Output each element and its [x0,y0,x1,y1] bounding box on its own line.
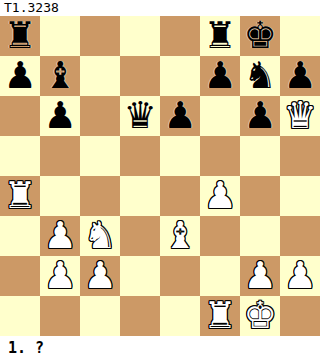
white-king[interactable]: ♚ [243,296,276,336]
square-e6[interactable]: ♟ [160,96,200,136]
square-h7[interactable]: ♟ [280,56,320,96]
square-e5[interactable] [160,136,200,176]
white-bishop[interactable]: ♝ [163,216,196,256]
white-pawn[interactable]: ♟ [203,176,236,216]
white-pawn[interactable]: ♟ [283,256,316,296]
square-f2[interactable] [200,256,240,296]
square-g1[interactable]: ♚ [240,296,280,336]
square-g6[interactable]: ♟ [240,96,280,136]
square-a3[interactable] [0,216,40,256]
square-d7[interactable] [120,56,160,96]
square-g8[interactable]: ♚ [240,16,280,56]
square-h6[interactable]: ♛ [280,96,320,136]
square-e4[interactable] [160,176,200,216]
black-bishop[interactable]: ♝ [43,56,76,96]
white-queen[interactable]: ♛ [283,96,316,136]
square-a4[interactable]: ♜ [0,176,40,216]
header: T1.3238 [0,0,320,16]
black-king[interactable]: ♚ [243,16,276,56]
square-f1[interactable]: ♜ [200,296,240,336]
square-c6[interactable] [80,96,120,136]
square-d2[interactable] [120,256,160,296]
square-c4[interactable] [80,176,120,216]
square-h3[interactable] [280,216,320,256]
square-h4[interactable] [280,176,320,216]
square-f5[interactable] [200,136,240,176]
square-g5[interactable] [240,136,280,176]
white-pawn[interactable]: ♟ [43,256,76,296]
square-a8[interactable]: ♜ [0,16,40,56]
square-h1[interactable] [280,296,320,336]
square-b5[interactable] [40,136,80,176]
square-b2[interactable]: ♟ [40,256,80,296]
black-pawn[interactable]: ♟ [243,96,276,136]
black-queen[interactable]: ♛ [123,96,156,136]
move-prompt-label: 1. ? [8,338,44,358]
square-b6[interactable]: ♟ [40,96,80,136]
chess-board: ♜♜♚♟♝♟♞♟♟♛♟♟♛♜♟♟♞♝♟♟♟♟♜♚ [0,16,320,336]
white-pawn[interactable]: ♟ [83,256,116,296]
square-c5[interactable] [80,136,120,176]
black-pawn[interactable]: ♟ [283,56,316,96]
white-rook[interactable]: ♜ [3,176,36,216]
chess-trainer-window: T1.3238 ♜♜♚♟♝♟♞♟♟♛♟♟♛♜♟♟♞♝♟♟♟♟♜♚ 1. ? [0,0,320,360]
square-a5[interactable] [0,136,40,176]
white-rook[interactable]: ♜ [203,296,236,336]
black-rook[interactable]: ♜ [3,16,36,56]
black-knight[interactable]: ♞ [243,56,276,96]
square-b4[interactable] [40,176,80,216]
square-d6[interactable]: ♛ [120,96,160,136]
square-g4[interactable] [240,176,280,216]
black-pawn[interactable]: ♟ [203,56,236,96]
square-g2[interactable]: ♟ [240,256,280,296]
square-d5[interactable] [120,136,160,176]
square-f7[interactable]: ♟ [200,56,240,96]
square-a2[interactable] [0,256,40,296]
puzzle-id-label: T1.3238 [4,0,59,16]
square-d8[interactable] [120,16,160,56]
square-f4[interactable]: ♟ [200,176,240,216]
black-pawn[interactable]: ♟ [3,56,36,96]
square-e2[interactable] [160,256,200,296]
black-pawn[interactable]: ♟ [43,96,76,136]
square-b1[interactable] [40,296,80,336]
square-e7[interactable] [160,56,200,96]
square-b8[interactable] [40,16,80,56]
square-a1[interactable] [0,296,40,336]
square-e8[interactable] [160,16,200,56]
square-d4[interactable] [120,176,160,216]
square-g7[interactable]: ♞ [240,56,280,96]
square-a6[interactable] [0,96,40,136]
square-c3[interactable]: ♞ [80,216,120,256]
square-h5[interactable] [280,136,320,176]
square-f6[interactable] [200,96,240,136]
square-d3[interactable] [120,216,160,256]
square-b3[interactable]: ♟ [40,216,80,256]
square-c2[interactable]: ♟ [80,256,120,296]
square-c8[interactable] [80,16,120,56]
white-pawn[interactable]: ♟ [43,216,76,256]
black-rook[interactable]: ♜ [203,16,236,56]
square-h8[interactable] [280,16,320,56]
square-a7[interactable]: ♟ [0,56,40,96]
square-c1[interactable] [80,296,120,336]
square-c7[interactable] [80,56,120,96]
square-g3[interactable] [240,216,280,256]
square-f3[interactable] [200,216,240,256]
square-e3[interactable]: ♝ [160,216,200,256]
white-knight[interactable]: ♞ [83,216,116,256]
square-e1[interactable] [160,296,200,336]
square-d1[interactable] [120,296,160,336]
black-pawn[interactable]: ♟ [163,96,196,136]
footer: 1. ? [0,336,320,360]
white-pawn[interactable]: ♟ [243,256,276,296]
square-b7[interactable]: ♝ [40,56,80,96]
square-f8[interactable]: ♜ [200,16,240,56]
square-h2[interactable]: ♟ [280,256,320,296]
